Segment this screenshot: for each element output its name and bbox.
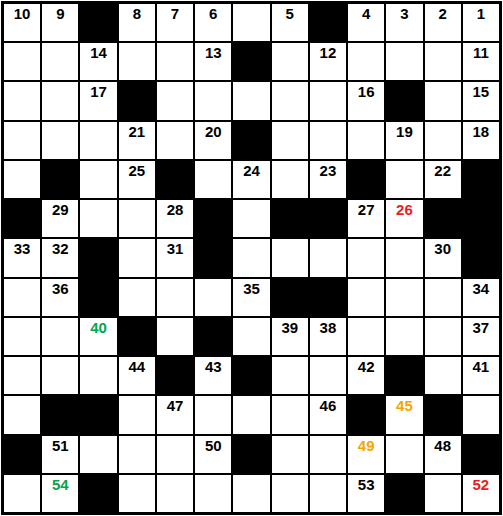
white-cell-r5c11[interactable] [386,161,422,198]
white-cell-r12c2[interactable]: 51 [42,436,78,473]
white-cell-r6c11[interactable]: 26 [386,200,422,237]
white-cell-r13c9[interactable] [310,475,346,512]
clue-number-37: 37 [473,318,490,336]
white-cell-r13c5[interactable] [157,475,193,512]
black-cell-r12c13 [463,436,499,473]
clue-number-31: 31 [167,239,184,257]
clue-number-52: 52 [473,475,490,493]
black-cell-r7c3 [80,239,116,276]
clue-number-47: 47 [167,396,184,414]
white-cell-r11c5[interactable]: 47 [157,396,193,433]
white-cell-r10c8[interactable] [272,357,308,394]
black-cell-r6c9 [310,200,346,237]
white-cell-r2c5[interactable] [157,43,193,80]
black-cell-r1c9 [310,4,346,41]
black-cell-r3c11 [386,82,422,119]
white-cell-r3c13[interactable]: 15 [463,82,499,119]
white-cell-r6c2[interactable]: 29 [42,200,78,237]
white-cell-r12c5[interactable] [157,436,193,473]
black-cell-r1c3 [80,4,116,41]
white-cell-r5c4[interactable]: 25 [119,161,155,198]
white-cell-r11c8[interactable] [272,396,308,433]
white-cell-r7c4[interactable] [119,239,155,276]
white-cell-r11c11[interactable]: 45 [386,396,422,433]
white-cell-r5c1[interactable] [4,161,40,198]
white-cell-r1c6[interactable]: 6 [195,4,231,41]
white-cell-r4c1[interactable] [4,122,40,159]
white-cell-r4c3[interactable] [80,122,116,159]
white-cell-r5c7[interactable]: 24 [233,161,269,198]
white-cell-r5c12[interactable]: 22 [425,161,461,198]
white-cell-r11c1[interactable] [4,396,40,433]
black-cell-r10c7 [233,357,269,394]
white-cell-r1c11[interactable]: 3 [386,4,422,41]
clue-number-53: 53 [358,475,375,493]
white-cell-r10c4[interactable]: 44 [119,357,155,394]
white-cell-r8c5[interactable] [157,279,193,316]
white-cell-r10c2[interactable] [42,357,78,394]
white-cell-r2c3[interactable]: 14 [80,43,116,80]
white-cell-r1c7[interactable] [233,4,269,41]
clue-number-24: 24 [243,161,260,179]
black-cell-r11c3 [80,396,116,433]
white-cell-r8c7[interactable]: 35 [233,279,269,316]
white-cell-r9c11[interactable] [386,318,422,355]
white-cell-r13c10[interactable]: 53 [348,475,384,512]
white-cell-r10c13[interactable]: 41 [463,357,499,394]
black-cell-r6c6 [195,200,231,237]
white-cell-r4c6[interactable]: 20 [195,122,231,159]
black-cell-r4c7 [233,122,269,159]
white-cell-r10c1[interactable] [4,357,40,394]
white-cell-r8c6[interactable] [195,279,231,316]
white-cell-r7c11[interactable] [386,239,422,276]
black-cell-r2c7 [233,43,269,80]
white-cell-r12c11[interactable] [386,436,422,473]
white-cell-r4c9[interactable] [310,122,346,159]
black-cell-r5c2 [42,161,78,198]
clue-number-11: 11 [473,43,489,61]
clue-number-48: 48 [434,436,451,454]
white-cell-r11c7[interactable] [233,396,269,433]
clue-number-30: 30 [434,239,451,257]
white-cell-r1c10[interactable]: 4 [348,4,384,41]
black-cell-r10c11 [386,357,422,394]
white-cell-r8c12[interactable] [425,279,461,316]
white-cell-r1c13[interactable]: 1 [463,4,499,41]
black-cell-r12c1 [4,436,40,473]
white-cell-r2c11[interactable] [386,43,422,80]
clue-number-17: 17 [90,82,107,100]
white-cell-r7c9[interactable] [310,239,346,276]
white-cell-r3c8[interactable] [272,82,308,119]
white-cell-r4c8[interactable] [272,122,308,159]
white-cell-r1c12[interactable]: 2 [425,4,461,41]
black-cell-r9c4 [119,318,155,355]
clue-number-21: 21 [128,122,145,140]
black-cell-r5c10 [348,161,384,198]
white-cell-r2c6[interactable]: 13 [195,43,231,80]
white-cell-r6c10[interactable]: 27 [348,200,384,237]
clue-number-12: 12 [320,43,337,61]
white-cell-r9c3[interactable]: 40 [80,318,116,355]
clue-number-39: 39 [281,318,298,336]
white-cell-r10c9[interactable] [310,357,346,394]
white-cell-r8c4[interactable] [119,279,155,316]
white-cell-r12c8[interactable] [272,436,308,473]
white-cell-r9c9[interactable]: 38 [310,318,346,355]
clue-number-32: 32 [52,239,69,257]
white-cell-r7c5[interactable]: 31 [157,239,193,276]
white-cell-r3c5[interactable] [157,82,193,119]
clue-number-46: 46 [320,396,337,414]
white-cell-r4c11[interactable]: 19 [386,122,422,159]
clue-number-51: 51 [52,436,69,454]
white-cell-r10c12[interactable] [425,357,461,394]
clue-number-54: 54 [52,475,69,493]
white-cell-r12c9[interactable] [310,436,346,473]
white-cell-r9c7[interactable] [233,318,269,355]
clue-number-42: 42 [358,357,375,375]
white-cell-r3c12[interactable] [425,82,461,119]
white-cell-r2c8[interactable] [272,43,308,80]
black-cell-r6c1 [4,200,40,237]
clue-number-50: 50 [205,436,222,454]
white-cell-r13c1[interactable] [4,475,40,512]
clue-number-3: 3 [400,4,408,22]
white-cell-r13c7[interactable] [233,475,269,512]
white-cell-r2c1[interactable] [4,43,40,80]
clue-number-9: 9 [56,4,64,22]
clue-number-16: 16 [358,82,375,100]
black-cell-r7c6 [195,239,231,276]
white-cell-r13c6[interactable] [195,475,231,512]
clue-number-41: 41 [473,357,490,375]
white-cell-r12c6[interactable]: 50 [195,436,231,473]
white-cell-r5c8[interactable] [272,161,308,198]
black-cell-r8c3 [80,279,116,316]
white-cell-r11c6[interactable] [195,396,231,433]
black-cell-r12c7 [233,436,269,473]
clue-number-22: 22 [434,161,451,179]
white-cell-r10c6[interactable]: 43 [195,357,231,394]
white-cell-r1c2[interactable]: 9 [42,4,78,41]
clue-number-25: 25 [128,161,145,179]
clue-number-28: 28 [167,200,184,218]
white-cell-r8c1[interactable] [4,279,40,316]
white-cell-r13c2[interactable]: 54 [42,475,78,512]
white-cell-r5c3[interactable] [80,161,116,198]
clue-number-45: 45 [396,396,413,414]
white-cell-r8c10[interactable] [348,279,384,316]
clue-number-1: 1 [477,4,485,22]
black-cell-r7c13 [463,239,499,276]
white-cell-r7c12[interactable]: 30 [425,239,461,276]
clue-number-34: 34 [473,279,490,297]
white-cell-r9c10[interactable] [348,318,384,355]
white-cell-r10c3[interactable] [80,357,116,394]
black-cell-r11c10 [348,396,384,433]
black-cell-r13c11 [386,475,422,512]
white-cell-r1c8[interactable]: 5 [272,4,308,41]
black-cell-r3c4 [119,82,155,119]
white-cell-r2c13[interactable]: 11 [463,43,499,80]
white-cell-r12c10[interactable]: 49 [348,436,384,473]
white-cell-r6c4[interactable] [119,200,155,237]
white-cell-r6c7[interactable] [233,200,269,237]
white-cell-r2c10[interactable] [348,43,384,80]
white-cell-r4c10[interactable] [348,122,384,159]
white-cell-r9c13[interactable]: 37 [463,318,499,355]
white-cell-r3c7[interactable] [233,82,269,119]
clue-number-10: 10 [14,4,31,22]
white-cell-r12c3[interactable] [80,436,116,473]
clue-number-7: 7 [171,4,179,22]
white-cell-r3c10[interactable]: 16 [348,82,384,119]
white-cell-r4c2[interactable] [42,122,78,159]
white-cell-r11c9[interactable]: 46 [310,396,346,433]
white-cell-r4c13[interactable]: 18 [463,122,499,159]
black-cell-r5c13 [463,161,499,198]
clue-number-23: 23 [320,161,337,179]
black-cell-r9c6 [195,318,231,355]
clue-number-15: 15 [473,82,490,100]
clue-number-8: 8 [133,4,141,22]
white-cell-r13c8[interactable] [272,475,308,512]
white-cell-r7c1[interactable]: 33 [4,239,40,276]
white-cell-r2c4[interactable] [119,43,155,80]
clue-number-26: 26 [396,200,413,218]
white-cell-r10c10[interactable]: 42 [348,357,384,394]
white-cell-r3c2[interactable] [42,82,78,119]
white-cell-r9c12[interactable] [425,318,461,355]
crossword-board: 1098765432114131211171615212019182524232… [1,1,502,515]
white-cell-r13c13[interactable]: 52 [463,475,499,512]
white-cell-r3c1[interactable] [4,82,40,119]
white-cell-r1c4[interactable]: 8 [119,4,155,41]
white-cell-r6c5[interactable]: 28 [157,200,193,237]
white-cell-r9c8[interactable]: 39 [272,318,308,355]
black-cell-r5c5 [157,161,193,198]
clue-number-20: 20 [205,122,222,140]
white-cell-r9c1[interactable] [4,318,40,355]
white-cell-r5c6[interactable] [195,161,231,198]
white-cell-r3c3[interactable]: 17 [80,82,116,119]
black-cell-r11c12 [425,396,461,433]
clue-number-4: 4 [362,4,370,22]
clue-number-36: 36 [52,279,69,297]
clue-number-13: 13 [205,43,222,61]
white-cell-r12c4[interactable] [119,436,155,473]
white-cell-r3c9[interactable] [310,82,346,119]
white-cell-r7c8[interactable] [272,239,308,276]
clue-number-19: 19 [396,122,413,140]
white-cell-r4c5[interactable] [157,122,193,159]
clue-number-43: 43 [205,357,222,375]
clue-number-44: 44 [128,357,145,375]
black-cell-r11c2 [42,396,78,433]
white-cell-r11c4[interactable] [119,396,155,433]
white-cell-r1c1[interactable]: 10 [4,4,40,41]
white-cell-r13c4[interactable] [119,475,155,512]
clue-number-49: 49 [358,436,375,454]
white-cell-r2c2[interactable] [42,43,78,80]
clue-number-27: 27 [358,200,375,218]
clue-number-2: 2 [438,4,446,22]
black-cell-r13c3 [80,475,116,512]
black-cell-r10c5 [157,357,193,394]
clue-number-35: 35 [243,279,260,297]
white-cell-r12c12[interactable]: 48 [425,436,461,473]
clue-number-29: 29 [52,200,69,218]
white-cell-r2c12[interactable] [425,43,461,80]
white-cell-r3c6[interactable] [195,82,231,119]
black-cell-r6c13 [463,200,499,237]
white-cell-r13c12[interactable] [425,475,461,512]
clue-number-14: 14 [90,43,107,61]
clue-number-6: 6 [209,4,217,22]
white-cell-r9c2[interactable] [42,318,78,355]
black-cell-r8c9 [310,279,346,316]
white-cell-r8c13[interactable]: 34 [463,279,499,316]
white-cell-r6c3[interactable] [80,200,116,237]
white-cell-r4c12[interactable] [425,122,461,159]
white-cell-r5c9[interactable]: 23 [310,161,346,198]
white-cell-r8c2[interactable]: 36 [42,279,78,316]
white-cell-r8c11[interactable] [386,279,422,316]
black-cell-r8c8 [272,279,308,316]
white-cell-r11c13[interactable] [463,396,499,433]
white-cell-r9c5[interactable] [157,318,193,355]
black-cell-r6c12 [425,200,461,237]
clue-number-40: 40 [90,318,107,336]
white-cell-r7c2[interactable]: 32 [42,239,78,276]
clue-number-5: 5 [286,4,294,22]
clue-number-38: 38 [320,318,337,336]
white-cell-r7c7[interactable] [233,239,269,276]
white-cell-r4c4[interactable]: 21 [119,122,155,159]
white-cell-r1c5[interactable]: 7 [157,4,193,41]
white-cell-r7c10[interactable] [348,239,384,276]
clue-number-18: 18 [473,122,490,140]
white-cell-r2c9[interactable]: 12 [310,43,346,80]
clue-number-33: 33 [14,239,31,257]
black-cell-r6c8 [272,200,308,237]
